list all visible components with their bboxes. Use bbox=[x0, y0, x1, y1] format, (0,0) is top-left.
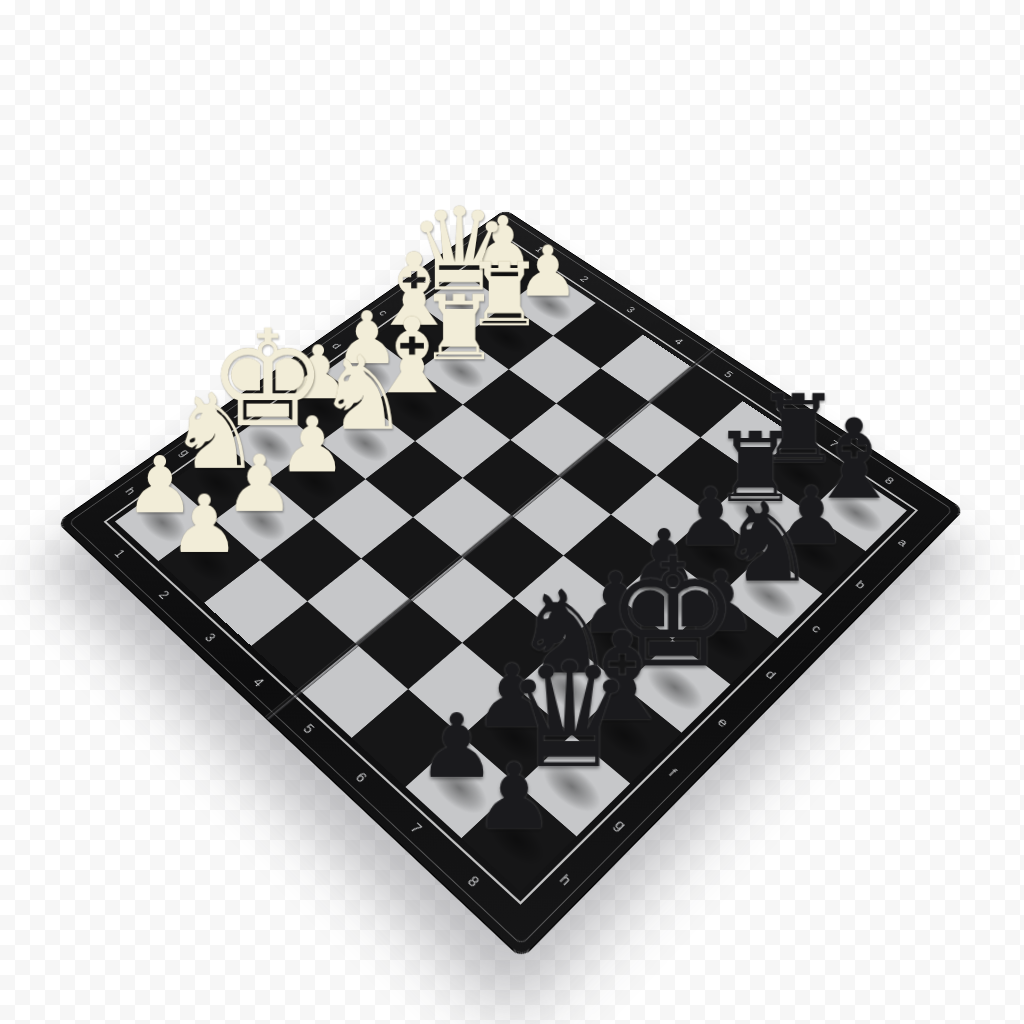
board-grid: ♟♟♜♝♛♜♜♟♝♜♟♞♟♝♟♟♟♞♟♚♚♟♞♝♞♟♟♛♟♟♟♟ bbox=[115, 243, 907, 892]
black-pawn-h8: ♟ bbox=[474, 751, 555, 842]
chessboard: 12345678 12345678 abcdefgh abcdefgh ♟♟♜♝… bbox=[58, 210, 963, 957]
board-frame: 12345678 12345678 abcdefgh abcdefgh ♟♟♜♝… bbox=[58, 210, 963, 957]
product-photo-scene: 12345678 12345678 abcdefgh abcdefgh ♟♟♜♝… bbox=[0, 0, 1024, 1024]
white-pawn-h2: ♟ bbox=[169, 484, 241, 564]
